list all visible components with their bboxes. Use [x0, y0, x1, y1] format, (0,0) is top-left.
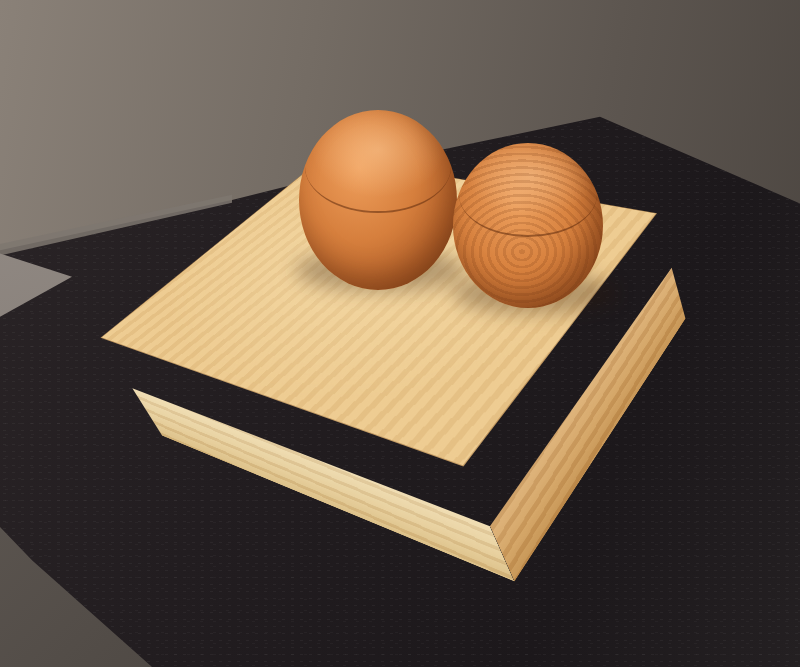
stone-bowl-left[interactable] [299, 110, 457, 290]
bowl-lid-seam [305, 121, 450, 213]
bowl-lid-seam [459, 153, 597, 238]
stone-bowl-right[interactable] [453, 143, 603, 308]
